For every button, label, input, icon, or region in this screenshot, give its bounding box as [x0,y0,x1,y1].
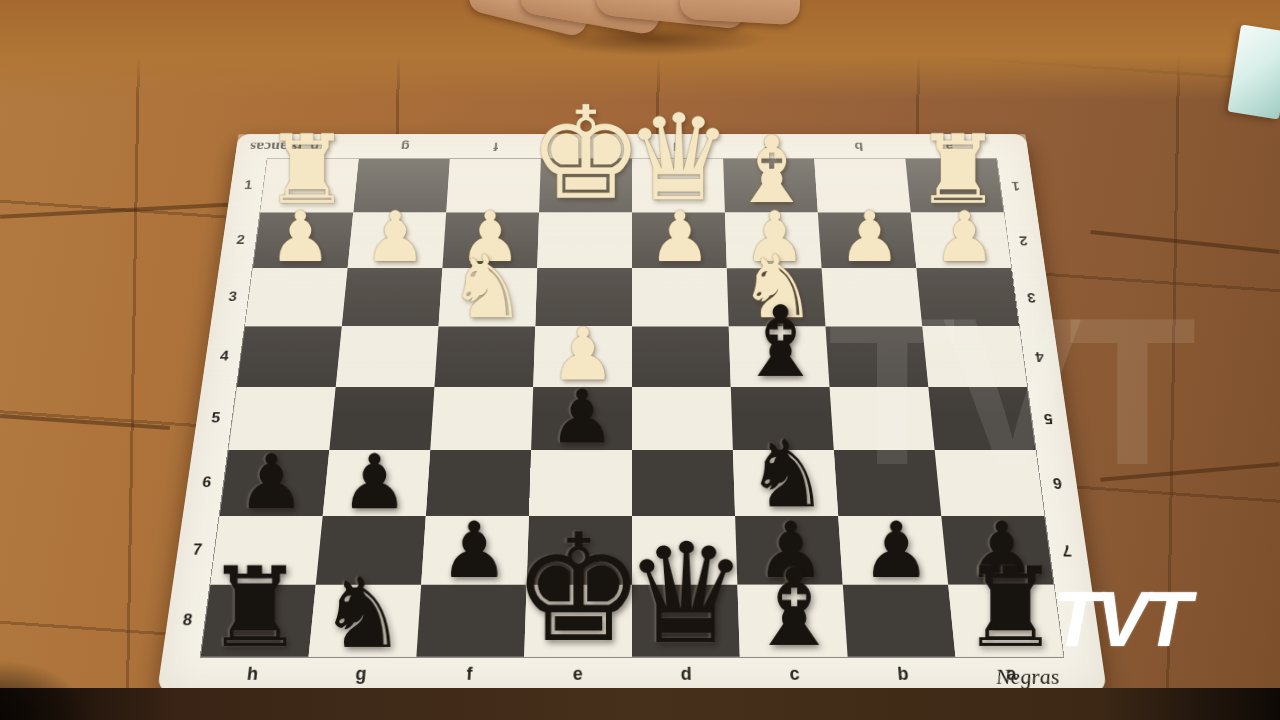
square-f1 [446,159,541,213]
file-bottom-label-d: d [632,659,741,690]
square-f4 [434,326,535,387]
white-pawn-d2: ♟ [648,204,710,270]
square-e3 [535,268,632,326]
square-e2 [537,213,632,269]
square-c5 [731,387,834,450]
square-h7 [210,516,322,585]
file-labels-bottom: hgfedcba [196,659,1067,690]
square-b5 [830,387,935,450]
square-f5 [430,387,533,450]
square-c1: ♝ [723,159,818,213]
white-pawn-h2: ♟ [269,204,331,270]
square-h4 [237,326,342,387]
square-f2: ♟ [442,213,539,269]
square-e5: ♟ [531,387,632,450]
square-a3 [916,268,1019,326]
black-rook-a8: ♜ [960,554,1059,659]
corner-shadow [0,660,90,720]
square-d5 [632,387,733,450]
black-knight-g8: ♞ [319,568,406,660]
square-c8: ♝ [737,585,847,657]
square-b8 [843,585,956,657]
square-d6 [632,450,735,516]
square-g6: ♟ [323,450,431,516]
square-h5 [228,387,335,450]
square-f8 [416,585,526,657]
white-pawn-a2: ♟ [933,204,995,270]
white-pawn-g2: ♟ [364,204,426,270]
square-a8: ♜ [948,585,1063,657]
file-top-label-h: h [268,136,361,158]
square-d1: ♛ [632,159,725,213]
square-a5 [928,387,1035,450]
square-g2: ♟ [348,213,447,269]
file-top-label-d: d [632,136,723,158]
wood-plank-seam [1090,230,1279,254]
square-g5 [329,387,434,450]
square-c7: ♟ [735,516,843,585]
square-e8: ♚ [524,585,632,657]
file-top-label-a: a [903,136,996,158]
black-pawn-c7: ♟ [756,514,825,588]
square-g1 [353,159,450,213]
square-e4: ♟ [533,326,632,387]
rank-right-label-1: 1 [998,159,1033,213]
black-rook-h8: ♜ [205,554,304,659]
file-bottom-label-b: b [848,659,959,690]
square-g7 [316,516,426,585]
white-queen-d1: ♛ [625,101,732,214]
white-pawn-f2: ♟ [458,204,520,270]
square-c6: ♞ [733,450,838,516]
black-pawn-g6: ♟ [340,447,408,519]
square-g8: ♞ [309,585,422,657]
square-a4 [922,326,1027,387]
rank-right-label-3: 3 [1013,268,1050,326]
square-c2: ♟ [725,213,822,269]
square-b7: ♟ [838,516,948,585]
square-a2: ♟ [911,213,1011,269]
chess-board-wrap: Blancas hgfedcba hgfedcba 12345678 12345… [157,30,1107,692]
white-pawn-c2: ♟ [743,204,805,270]
white-pawn-e4: ♟ [550,320,615,389]
file-top-label-f: f [450,136,542,158]
square-a7: ♟ [941,516,1053,585]
rank-right-label-5: 5 [1029,387,1068,450]
square-b1 [814,159,911,213]
black-queen-d8: ♛ [624,528,748,660]
wood-plank-seam [0,414,170,430]
square-b4 [825,326,928,387]
square-h3 [245,268,348,326]
rank-right-label-4: 4 [1021,326,1059,387]
black-pawn-f7: ♟ [439,514,508,588]
square-g3 [342,268,443,326]
black-side-label: Negras [994,664,1060,690]
file-bottom-label-g: g [305,659,416,690]
square-f7: ♟ [421,516,529,585]
rank-right-label-2: 2 [1005,213,1041,269]
rank-right-label-6: 6 [1037,450,1077,516]
square-e1: ♚ [539,159,632,213]
file-top-label-b: b [813,136,906,158]
black-pawn-a7: ♟ [967,514,1036,588]
square-d8: ♛ [632,585,740,657]
square-h6: ♟ [220,450,330,516]
square-h1: ♜ [260,159,358,213]
square-a6 [935,450,1045,516]
black-bishop-c8: ♝ [746,558,842,660]
file-bottom-label-h: h [196,659,308,690]
black-pawn-e5: ♟ [548,382,614,452]
board-squares: ♜♚♛♝♜♟♟♟♟♟♟♟♞♞♟♝♟♟♟♞♟♟♟♟♜♞♚♛♝♜ [201,159,1064,657]
rank-right-label-7: 7 [1046,516,1087,585]
black-pawn-h6: ♟ [237,447,305,519]
file-top-label-c: c [722,136,814,158]
wood-plank-seam [1100,462,1280,482]
file-top-label-e: e [541,136,632,158]
file-top-label-g: g [359,136,452,158]
square-b2: ♟ [818,213,917,269]
square-e6 [529,450,632,516]
square-g4 [336,326,439,387]
white-pawn-b2: ♟ [838,204,900,270]
square-d3 [632,268,729,326]
table-edge-shadow [0,688,1280,720]
file-bottom-label-e: e [523,659,632,690]
file-bottom-label-c: c [740,659,850,690]
square-b3 [822,268,923,326]
square-e7 [527,516,632,585]
square-d4 [632,326,731,387]
black-knight-c6: ♞ [745,431,828,519]
file-bottom-label-f: f [414,659,524,690]
file-labels-top: hgfedcba [268,136,997,158]
square-d7 [632,516,737,585]
square-d2: ♟ [632,213,727,269]
square-h2: ♟ [253,213,353,269]
square-c4: ♝ [729,326,830,387]
square-f6 [426,450,531,516]
black-pawn-b7: ♟ [861,514,930,588]
square-a1: ♜ [905,159,1003,213]
square-f3: ♞ [439,268,538,326]
square-h8: ♜ [201,585,316,657]
chess-board-mat: Blancas hgfedcba hgfedcba 12345678 12345… [157,134,1107,692]
square-b6 [834,450,942,516]
square-c3: ♞ [727,268,826,326]
